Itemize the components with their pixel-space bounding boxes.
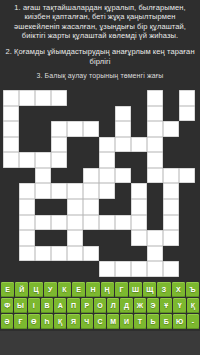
grid-block xyxy=(51,168,67,184)
key-Ш[interactable]: Ш xyxy=(129,282,142,297)
grid-cell[interactable] xyxy=(131,183,147,199)
grid-block xyxy=(147,199,163,215)
grid-cell[interactable] xyxy=(35,90,51,106)
key-Қ[interactable]: Қ xyxy=(54,314,66,329)
key-Щ[interactable]: Щ xyxy=(143,282,156,297)
grid-block xyxy=(35,121,51,137)
grid-block xyxy=(131,152,147,168)
grid-block xyxy=(3,215,19,231)
grid-block xyxy=(67,106,83,122)
keyboard-row: ЕЙЦУКЕНҢГШЩЗХЪ xyxy=(0,281,200,297)
key-А[interactable]: А xyxy=(54,298,66,313)
grid-block xyxy=(131,168,147,184)
grid-block xyxy=(179,121,195,137)
grid-block xyxy=(83,106,99,122)
grid-block xyxy=(99,230,115,246)
grid-block xyxy=(131,106,147,122)
grid-cell[interactable] xyxy=(3,137,19,153)
grid-block xyxy=(179,246,195,262)
grid-cell[interactable] xyxy=(35,168,51,184)
grid-block xyxy=(3,261,19,277)
grid-cell[interactable] xyxy=(163,199,179,215)
clue-2: 2. Қоғамды ұйымдастырудың анағұрлым кең … xyxy=(0,47,200,67)
grid-block xyxy=(3,183,19,199)
grid-cell[interactable] xyxy=(115,168,131,184)
grid-block xyxy=(83,152,99,168)
grid-cell[interactable] xyxy=(131,137,147,153)
grid-cell[interactable] xyxy=(179,168,195,184)
grid-cell[interactable] xyxy=(147,90,163,106)
grid-cell[interactable] xyxy=(179,90,195,106)
grid-cell[interactable] xyxy=(131,215,147,231)
grid-cell[interactable] xyxy=(67,183,83,199)
grid-block xyxy=(3,199,19,215)
grid-cell[interactable] xyxy=(19,183,35,199)
grid-block xyxy=(115,183,131,199)
grid-cell[interactable] xyxy=(67,121,83,137)
key-О[interactable]: О xyxy=(94,298,106,313)
grid-block xyxy=(99,90,115,106)
grid-cell[interactable] xyxy=(147,168,163,184)
grid-block xyxy=(179,199,195,215)
grid-block xyxy=(115,199,131,215)
grid-block xyxy=(35,199,51,215)
keyboard-row: ФЫІВАПРОЛДЖЭҰҮҚ xyxy=(0,297,200,313)
grid-cell[interactable] xyxy=(51,183,67,199)
key-Ъ[interactable]: Ъ xyxy=(186,282,199,297)
key-Ч[interactable]: Ч xyxy=(81,314,93,329)
grid-cell[interactable] xyxy=(67,199,83,215)
grid-cell[interactable] xyxy=(35,183,51,199)
grid-cell[interactable] xyxy=(147,246,163,262)
grid-cell[interactable] xyxy=(51,90,67,106)
grid-block xyxy=(163,90,179,106)
grid-cell[interactable] xyxy=(115,106,131,122)
grid-block xyxy=(19,121,35,137)
clues-panel: 1. ағаш тақтайшалардан құралып, былғарым… xyxy=(0,0,200,80)
grid-block xyxy=(131,121,147,137)
grid-cell[interactable] xyxy=(51,152,67,168)
grid-block xyxy=(67,152,83,168)
grid-block xyxy=(99,121,115,137)
grid-cell[interactable] xyxy=(19,246,35,262)
grid-cell[interactable] xyxy=(131,261,147,277)
grid-block xyxy=(115,230,131,246)
grid-cell[interactable] xyxy=(67,215,83,231)
grid-block xyxy=(179,230,195,246)
grid-cell[interactable] xyxy=(99,152,115,168)
grid-block xyxy=(115,246,131,262)
grid-block xyxy=(99,199,115,215)
key-Ц[interactable]: Ц xyxy=(29,282,42,297)
key-Л[interactable]: Л xyxy=(107,298,119,313)
key-З[interactable]: З xyxy=(157,282,170,297)
grid-cell[interactable] xyxy=(51,215,67,231)
grid-block xyxy=(115,90,131,106)
grid-block xyxy=(147,215,163,231)
grid-block xyxy=(3,168,19,184)
grid-cell[interactable] xyxy=(163,183,179,199)
key-Р[interactable]: Р xyxy=(81,298,93,313)
key-П[interactable]: П xyxy=(67,298,79,313)
grid-block xyxy=(3,230,19,246)
grid-cell[interactable] xyxy=(19,90,35,106)
grid-block xyxy=(51,199,67,215)
grid-cell[interactable] xyxy=(115,215,131,231)
key-Г[interactable]: Г xyxy=(115,282,128,297)
grid-block xyxy=(115,152,131,168)
grid-block xyxy=(163,106,179,122)
grid-cell[interactable] xyxy=(3,106,19,122)
key-М[interactable]: М xyxy=(107,314,119,329)
key-Д[interactable]: Д xyxy=(120,298,132,313)
grid-block xyxy=(163,246,179,262)
grid-block xyxy=(19,106,35,122)
grid-cell[interactable] xyxy=(19,215,35,231)
grid-block xyxy=(51,106,67,122)
clue-1: 1. ағаш тақтайшалардан құралып, былғарым… xyxy=(0,3,200,40)
grid-cell[interactable] xyxy=(3,90,19,106)
grid-cell[interactable] xyxy=(99,261,115,277)
grid-block xyxy=(19,261,35,277)
grid-block xyxy=(99,246,115,262)
grid-block xyxy=(179,137,195,153)
key-І[interactable]: І xyxy=(28,298,40,313)
grid-cell[interactable] xyxy=(147,152,163,168)
grid-block xyxy=(19,168,35,184)
key-Ұ[interactable]: Ұ xyxy=(160,298,172,313)
grid-cell[interactable] xyxy=(51,246,67,262)
key-Е[interactable]: Е xyxy=(72,282,85,297)
key-Е[interactable]: Е xyxy=(1,282,14,297)
grid-cell[interactable] xyxy=(51,121,67,137)
grid-cell[interactable] xyxy=(83,199,99,215)
grid-block xyxy=(35,261,51,277)
grid-cell[interactable] xyxy=(147,106,163,122)
grid-block xyxy=(99,106,115,122)
key-Х[interactable]: Х xyxy=(172,282,185,297)
key--[interactable]: - xyxy=(187,314,199,329)
key-Ү[interactable]: Ү xyxy=(173,298,185,313)
key-В[interactable]: В xyxy=(41,298,53,313)
key-Ө[interactable]: Ө xyxy=(28,314,40,329)
grid-cell[interactable] xyxy=(19,152,35,168)
grid-block xyxy=(19,137,35,153)
grid-cell[interactable] xyxy=(99,168,115,184)
key-У[interactable]: У xyxy=(44,282,57,297)
grid-block xyxy=(179,215,195,231)
grid-cell[interactable] xyxy=(147,230,163,246)
grid-block xyxy=(131,246,147,262)
grid-cell[interactable] xyxy=(131,199,147,215)
grid-cell[interactable] xyxy=(147,137,163,153)
keyboard: ЕЙЦУКЕНҢГШЩЗХЪФЫІВАПРОЛДЖЭҰҮҚӘҒӨҺҚЯЧСМИТ… xyxy=(0,281,200,331)
grid-block xyxy=(147,183,163,199)
key-Т[interactable]: Т xyxy=(134,314,146,329)
grid-block xyxy=(35,230,51,246)
grid-cell[interactable] xyxy=(83,183,99,199)
key-К[interactable]: К xyxy=(58,282,71,297)
grid-block xyxy=(163,137,179,153)
key-Ж[interactable]: Ж xyxy=(134,298,146,313)
grid-cell[interactable] xyxy=(131,230,147,246)
grid-block xyxy=(67,261,83,277)
grid-block xyxy=(67,137,83,153)
grid-block xyxy=(179,261,195,277)
grid-block xyxy=(163,152,179,168)
grid-cell[interactable] xyxy=(83,215,99,231)
grid-cell[interactable] xyxy=(3,121,19,137)
key-Й[interactable]: Й xyxy=(15,282,28,297)
grid-cell[interactable] xyxy=(115,137,131,153)
key-Қ[interactable]: Қ xyxy=(187,298,199,313)
grid-cell[interactable] xyxy=(19,230,35,246)
grid-cell[interactable] xyxy=(35,152,51,168)
key-Ғ[interactable]: Ғ xyxy=(14,314,26,329)
clue-3: 3. Балық аулау торының төменгі жағы xyxy=(0,71,200,80)
grid-block xyxy=(67,90,83,106)
grid-block xyxy=(35,106,51,122)
keyboard-row: ӘҒӨҺҚЯЧСМИТЬБЮ- xyxy=(0,313,200,329)
grid-cell[interactable] xyxy=(83,246,99,262)
grid-block xyxy=(51,230,67,246)
grid-block xyxy=(83,261,99,277)
key-Ь[interactable]: Ь xyxy=(147,314,159,329)
grid-cell[interactable] xyxy=(163,230,179,246)
grid-cell[interactable] xyxy=(99,215,115,231)
key-Ә[interactable]: Ә xyxy=(1,314,13,329)
grid-cell[interactable] xyxy=(67,246,83,262)
grid-cell[interactable] xyxy=(83,168,99,184)
grid-block xyxy=(51,261,67,277)
grid-block xyxy=(179,183,195,199)
key-Ы[interactable]: Ы xyxy=(14,298,26,313)
key-С[interactable]: С xyxy=(94,314,106,329)
grid-cell[interactable] xyxy=(83,121,99,137)
grid-cell[interactable] xyxy=(67,230,83,246)
key-Э[interactable]: Э xyxy=(147,298,159,313)
grid-cell[interactable] xyxy=(3,152,19,168)
grid-cell[interactable] xyxy=(99,137,115,153)
grid-block xyxy=(131,90,147,106)
grid-cell[interactable] xyxy=(163,168,179,184)
grid-block xyxy=(83,90,99,106)
grid-block xyxy=(83,137,99,153)
key-Ф[interactable]: Ф xyxy=(1,298,13,313)
key-Ю[interactable]: Ю xyxy=(173,314,185,329)
key-Н[interactable]: Н xyxy=(86,282,99,297)
grid-cell[interactable] xyxy=(179,106,195,122)
grid-cell[interactable] xyxy=(115,121,131,137)
grid-cell[interactable] xyxy=(99,183,115,199)
key-Я[interactable]: Я xyxy=(67,314,79,329)
grid-cell[interactable] xyxy=(147,261,163,277)
bottom-spacer xyxy=(0,331,200,355)
grid-cell[interactable] xyxy=(115,261,131,277)
grid-cell[interactable] xyxy=(51,137,67,153)
grid-block xyxy=(179,152,195,168)
grid-cell[interactable] xyxy=(163,261,179,277)
key-И[interactable]: И xyxy=(120,314,132,329)
grid-block xyxy=(83,230,99,246)
grid-cell[interactable] xyxy=(19,199,35,215)
grid-block xyxy=(67,168,83,184)
key-Ң[interactable]: Ң xyxy=(101,282,114,297)
grid-cell[interactable] xyxy=(147,121,163,137)
grid-block xyxy=(35,137,51,153)
key-Һ[interactable]: Һ xyxy=(41,314,53,329)
key-Б[interactable]: Б xyxy=(160,314,172,329)
grid-cell[interactable] xyxy=(35,215,51,231)
crossword-grid xyxy=(3,90,195,277)
grid-cell[interactable] xyxy=(163,121,179,137)
grid-cell[interactable] xyxy=(163,215,179,231)
grid-block xyxy=(3,246,19,262)
grid-cell[interactable] xyxy=(35,246,51,262)
